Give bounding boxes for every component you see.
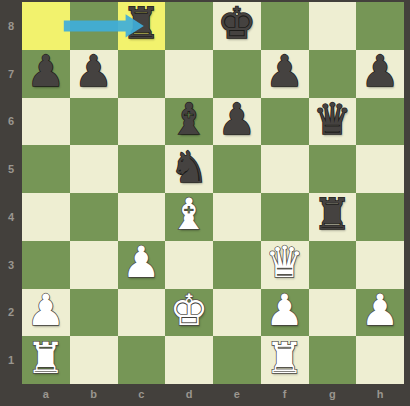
piece-white-queen-f3[interactable]: ♛ [265, 241, 304, 284]
piece-white-pawn-f2[interactable]: ♟ [265, 289, 304, 332]
square-e2[interactable] [213, 289, 261, 337]
file-label-d: d [165, 384, 213, 404]
square-c3[interactable]: ♟ [118, 241, 166, 289]
square-g1[interactable] [309, 336, 357, 384]
square-g2[interactable] [309, 289, 357, 337]
piece-white-rook-f1[interactable]: ♜ [265, 337, 304, 380]
square-a6[interactable] [22, 98, 70, 146]
square-e3[interactable] [213, 241, 261, 289]
rank-label-5: 5 [0, 145, 22, 193]
square-c7[interactable] [118, 50, 166, 98]
square-c8[interactable]: ♜ [118, 2, 166, 50]
square-b8[interactable] [70, 2, 118, 50]
square-c5[interactable] [118, 145, 166, 193]
piece-white-king-d2[interactable]: ♚ [170, 289, 209, 332]
square-h4[interactable] [356, 193, 404, 241]
square-c6[interactable] [118, 98, 166, 146]
square-c2[interactable] [118, 289, 166, 337]
square-h8[interactable] [356, 2, 404, 50]
piece-black-rook-c8[interactable]: ♜ [122, 2, 161, 45]
square-e8[interactable]: ♚ [213, 2, 261, 50]
file-labels: abcdefgh [22, 384, 404, 404]
square-h7[interactable]: ♟ [356, 50, 404, 98]
square-h6[interactable] [356, 98, 404, 146]
rank-label-7: 7 [0, 50, 22, 98]
square-a4[interactable] [22, 193, 70, 241]
square-e4[interactable] [213, 193, 261, 241]
square-a8[interactable] [22, 2, 70, 50]
piece-black-knight-d5[interactable]: ♞ [170, 146, 209, 189]
square-a3[interactable] [22, 241, 70, 289]
square-f2[interactable]: ♟ [261, 289, 309, 337]
piece-black-king-e8[interactable]: ♚ [218, 2, 257, 45]
square-f4[interactable] [261, 193, 309, 241]
file-label-g: g [309, 384, 357, 404]
piece-white-bishop-d4[interactable]: ♝ [170, 193, 209, 236]
square-g4[interactable]: ♜ [309, 193, 357, 241]
square-d3[interactable] [165, 241, 213, 289]
square-f5[interactable] [261, 145, 309, 193]
square-f6[interactable] [261, 98, 309, 146]
square-b1[interactable] [70, 336, 118, 384]
rank-label-3: 3 [0, 241, 22, 289]
square-e1[interactable] [213, 336, 261, 384]
square-b7[interactable]: ♟ [70, 50, 118, 98]
piece-black-pawn-h7[interactable]: ♟ [361, 50, 400, 93]
square-f1[interactable]: ♜ [261, 336, 309, 384]
square-g8[interactable] [309, 2, 357, 50]
chess-app: 87654321 ♜♚♟♟♟♟♝♟♛♞♝♜♟♛♟♚♟♟♜♜ abcdefgh [0, 0, 410, 406]
piece-black-pawn-a7[interactable]: ♟ [27, 50, 66, 93]
square-f8[interactable] [261, 2, 309, 50]
square-e7[interactable] [213, 50, 261, 98]
square-h2[interactable]: ♟ [356, 289, 404, 337]
piece-black-queen-g6[interactable]: ♛ [313, 98, 352, 141]
square-h3[interactable] [356, 241, 404, 289]
square-g6[interactable]: ♛ [309, 98, 357, 146]
square-c1[interactable] [118, 336, 166, 384]
square-f7[interactable]: ♟ [261, 50, 309, 98]
square-h1[interactable] [356, 336, 404, 384]
square-b6[interactable] [70, 98, 118, 146]
square-d2[interactable]: ♚ [165, 289, 213, 337]
piece-white-pawn-h2[interactable]: ♟ [361, 289, 400, 332]
file-label-f: f [261, 384, 309, 404]
piece-black-pawn-b7[interactable]: ♟ [74, 50, 113, 93]
rank-label-4: 4 [0, 193, 22, 241]
square-e6[interactable]: ♟ [213, 98, 261, 146]
rank-label-6: 6 [0, 98, 22, 146]
square-d5[interactable]: ♞ [165, 145, 213, 193]
file-label-a: a [22, 384, 70, 404]
piece-white-pawn-a2[interactable]: ♟ [27, 289, 66, 332]
square-d8[interactable] [165, 2, 213, 50]
square-b3[interactable] [70, 241, 118, 289]
square-d1[interactable] [165, 336, 213, 384]
square-b4[interactable] [70, 193, 118, 241]
square-c4[interactable] [118, 193, 166, 241]
chess-board[interactable]: ♜♚♟♟♟♟♝♟♛♞♝♜♟♛♟♚♟♟♜♜ [22, 2, 404, 384]
square-b2[interactable] [70, 289, 118, 337]
piece-black-bishop-d6[interactable]: ♝ [170, 98, 209, 141]
file-label-c: c [118, 384, 166, 404]
piece-white-pawn-c3[interactable]: ♟ [122, 241, 161, 284]
file-label-e: e [213, 384, 261, 404]
square-g3[interactable] [309, 241, 357, 289]
square-d7[interactable] [165, 50, 213, 98]
square-f3[interactable]: ♛ [261, 241, 309, 289]
square-a2[interactable]: ♟ [22, 289, 70, 337]
piece-black-rook-g4[interactable]: ♜ [313, 193, 352, 236]
piece-white-rook-a1[interactable]: ♜ [27, 337, 66, 380]
square-d6[interactable]: ♝ [165, 98, 213, 146]
rank-label-2: 2 [0, 289, 22, 337]
square-h5[interactable] [356, 145, 404, 193]
square-b5[interactable] [70, 145, 118, 193]
file-label-b: b [70, 384, 118, 404]
square-a5[interactable] [22, 145, 70, 193]
square-a1[interactable]: ♜ [22, 336, 70, 384]
rank-labels: 87654321 [0, 2, 22, 384]
rank-label-1: 1 [0, 336, 22, 384]
square-e5[interactable] [213, 145, 261, 193]
rank-label-8: 8 [0, 2, 22, 50]
piece-black-pawn-e6[interactable]: ♟ [218, 98, 257, 141]
square-a7[interactable]: ♟ [22, 50, 70, 98]
file-label-h: h [356, 384, 404, 404]
square-g5[interactable] [309, 145, 357, 193]
square-g7[interactable] [309, 50, 357, 98]
square-d4[interactable]: ♝ [165, 193, 213, 241]
piece-black-pawn-f7[interactable]: ♟ [265, 50, 304, 93]
